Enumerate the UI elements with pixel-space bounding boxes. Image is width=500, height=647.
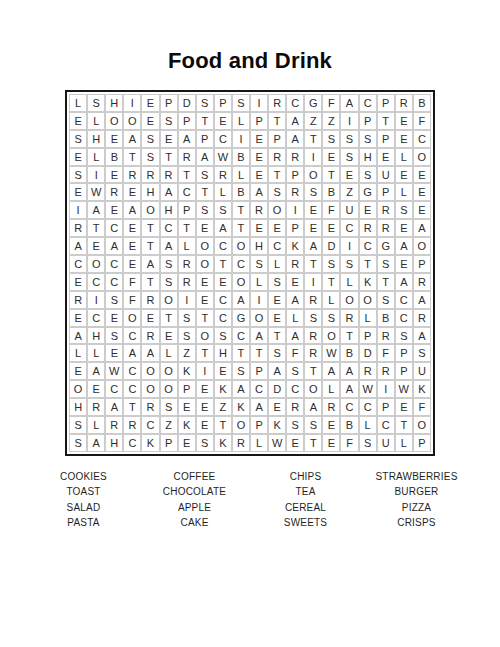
grid-cell-r5c3[interactable]: E	[105, 166, 123, 184]
grid-cell-r15c18[interactable]: F	[377, 344, 395, 362]
grid-cell-r9c14[interactable]: A	[304, 237, 322, 255]
grid-cell-r2c20[interactable]: F	[413, 112, 431, 130]
grid-cell-r13c7[interactable]: S	[178, 309, 196, 327]
grid-cell-r9c5[interactable]: T	[141, 237, 159, 255]
grid-cell-r12c7[interactable]: I	[178, 291, 196, 309]
grid-cell-r16c16[interactable]: A	[340, 362, 358, 380]
grid-cell-r6c9[interactable]: L	[214, 183, 232, 201]
grid-cell-r4c6[interactable]: T	[160, 148, 178, 166]
grid-cell-r10c17[interactable]: T	[359, 255, 377, 273]
grid-cell-r14c20[interactable]: A	[413, 327, 431, 345]
grid-cell-r7c9[interactable]: S	[214, 201, 232, 219]
grid-cell-r17c4[interactable]: C	[123, 380, 141, 398]
grid-cell-r18c17[interactable]: C	[359, 398, 377, 416]
grid-cell-r19c8[interactable]: E	[196, 416, 214, 434]
grid-cell-r18c16[interactable]: C	[340, 398, 358, 416]
grid-cell-r11c8[interactable]: E	[196, 273, 214, 291]
grid-cell-r20c20[interactable]: P	[413, 434, 431, 452]
grid-cell-r10c16[interactable]: S	[340, 255, 358, 273]
grid-cell-r3c13[interactable]: A	[286, 130, 304, 148]
grid-cell-r14c1[interactable]: A	[69, 327, 87, 345]
grid-cell-r19c4[interactable]: R	[123, 416, 141, 434]
grid-cell-r18c19[interactable]: E	[395, 398, 413, 416]
grid-cell-r9c19[interactable]: A	[395, 237, 413, 255]
grid-cell-r19c14[interactable]: S	[304, 416, 322, 434]
grid-cell-r8c12[interactable]: E	[268, 219, 286, 237]
grid-cell-r17c10[interactable]: A	[232, 380, 250, 398]
grid-cell-r3c12[interactable]: P	[268, 130, 286, 148]
grid-cell-r8c15[interactable]: E	[322, 219, 340, 237]
grid-cell-r12c18[interactable]: S	[377, 291, 395, 309]
grid-cell-r4c7[interactable]: R	[178, 148, 196, 166]
grid-cell-r3c8[interactable]: P	[196, 130, 214, 148]
grid-cell-r15c19[interactable]: P	[395, 344, 413, 362]
grid-cell-r20c6[interactable]: P	[160, 434, 178, 452]
grid-cell-r2c6[interactable]: S	[160, 112, 178, 130]
grid-cell-r12c10[interactable]: A	[232, 291, 250, 309]
grid-cell-r9c13[interactable]: K	[286, 237, 304, 255]
grid-cell-r6c7[interactable]: C	[178, 183, 196, 201]
grid-cell-r3c5[interactable]: S	[141, 130, 159, 148]
grid-cell-r5c14[interactable]: O	[304, 166, 322, 184]
grid-cell-r5c5[interactable]: R	[141, 166, 159, 184]
grid-cell-r5c9[interactable]: R	[214, 166, 232, 184]
grid-cell-r19c5[interactable]: C	[141, 416, 159, 434]
grid-cell-r5c15[interactable]: T	[322, 166, 340, 184]
grid-cell-r9c3[interactable]: A	[105, 237, 123, 255]
grid-cell-r8c17[interactable]: R	[359, 219, 377, 237]
grid-cell-r19c20[interactable]: O	[413, 416, 431, 434]
grid-cell-r14c4[interactable]: C	[123, 327, 141, 345]
grid-cell-r6c2[interactable]: W	[87, 183, 105, 201]
grid-cell-r6c12[interactable]: S	[268, 183, 286, 201]
grid-cell-r2c4[interactable]: O	[123, 112, 141, 130]
grid-cell-r5c18[interactable]: U	[377, 166, 395, 184]
grid-cell-r5c8[interactable]: S	[196, 166, 214, 184]
grid-cell-r10c4[interactable]: E	[123, 255, 141, 273]
grid-cell-r9c18[interactable]: G	[377, 237, 395, 255]
grid-cell-r5c11[interactable]: E	[250, 166, 268, 184]
grid-cell-r5c7[interactable]: T	[178, 166, 196, 184]
grid-cell-r8c2[interactable]: T	[87, 219, 105, 237]
grid-cell-r2c8[interactable]: T	[196, 112, 214, 130]
grid-cell-r13c1[interactable]: E	[69, 309, 87, 327]
grid-cell-r5c13[interactable]: P	[286, 166, 304, 184]
grid-cell-r2c18[interactable]: T	[377, 112, 395, 130]
grid-cell-r15c11[interactable]: T	[250, 344, 268, 362]
grid-cell-r16c3[interactable]: W	[105, 362, 123, 380]
grid-cell-r6c10[interactable]: B	[232, 183, 250, 201]
grid-cell-r14c9[interactable]: S	[214, 327, 232, 345]
grid-cell-r18c14[interactable]: A	[304, 398, 322, 416]
grid-cell-r17c14[interactable]: O	[304, 380, 322, 398]
grid-cell-r19c9[interactable]: T	[214, 416, 232, 434]
grid-cell-r10c10[interactable]: C	[232, 255, 250, 273]
grid-cell-r15c8[interactable]: T	[196, 344, 214, 362]
grid-cell-r4c19[interactable]: L	[395, 148, 413, 166]
grid-cell-r20c18[interactable]: U	[377, 434, 395, 452]
grid-cell-r17c9[interactable]: K	[214, 380, 232, 398]
grid-cell-r1c13[interactable]: C	[286, 94, 304, 112]
grid-cell-r19c11[interactable]: P	[250, 416, 268, 434]
grid-cell-r13c3[interactable]: E	[105, 309, 123, 327]
grid-cell-r12c6[interactable]: O	[160, 291, 178, 309]
grid-cell-r13c18[interactable]: B	[377, 309, 395, 327]
grid-cell-r7c2[interactable]: A	[87, 201, 105, 219]
grid-cell-r6c6[interactable]: A	[160, 183, 178, 201]
grid-cell-r2c17[interactable]: P	[359, 112, 377, 130]
grid-cell-r13c16[interactable]: R	[340, 309, 358, 327]
grid-cell-r15c3[interactable]: E	[105, 344, 123, 362]
grid-cell-r6c8[interactable]: T	[196, 183, 214, 201]
grid-cell-r12c20[interactable]: A	[413, 291, 431, 309]
grid-cell-r11c14[interactable]: I	[304, 273, 322, 291]
grid-cell-r12c8[interactable]: E	[196, 291, 214, 309]
grid-cell-r20c5[interactable]: K	[141, 434, 159, 452]
grid-cell-r10c3[interactable]: C	[105, 255, 123, 273]
grid-cell-r19c7[interactable]: K	[178, 416, 196, 434]
grid-cell-r17c13[interactable]: C	[286, 380, 304, 398]
grid-cell-r6c17[interactable]: G	[359, 183, 377, 201]
grid-cell-r14c13[interactable]: A	[286, 327, 304, 345]
grid-cell-r8c14[interactable]: E	[304, 219, 322, 237]
grid-cell-r1c19[interactable]: R	[395, 94, 413, 112]
grid-cell-r2c13[interactable]: A	[286, 112, 304, 130]
grid-cell-r2c12[interactable]: T	[268, 112, 286, 130]
grid-cell-r1c7[interactable]: D	[178, 94, 196, 112]
grid-cell-r20c15[interactable]: E	[322, 434, 340, 452]
grid-cell-r14c8[interactable]: O	[196, 327, 214, 345]
grid-cell-r8c19[interactable]: E	[395, 219, 413, 237]
grid-cell-r1c10[interactable]: S	[232, 94, 250, 112]
grid-cell-r7c11[interactable]: R	[250, 201, 268, 219]
grid-cell-r20c17[interactable]: S	[359, 434, 377, 452]
grid-cell-r1c18[interactable]: P	[377, 94, 395, 112]
grid-cell-r17c18[interactable]: I	[377, 380, 395, 398]
grid-cell-r16c11[interactable]: P	[250, 362, 268, 380]
grid-cell-r4c13[interactable]: R	[286, 148, 304, 166]
grid-cell-r11c10[interactable]: O	[232, 273, 250, 291]
grid-cell-r9c1[interactable]: A	[69, 237, 87, 255]
grid-cell-r18c13[interactable]: R	[286, 398, 304, 416]
grid-cell-r12c3[interactable]: S	[105, 291, 123, 309]
grid-cell-r15c16[interactable]: B	[340, 344, 358, 362]
grid-cell-r1c16[interactable]: A	[340, 94, 358, 112]
grid-cell-r1c14[interactable]: G	[304, 94, 322, 112]
grid-cell-r9c11[interactable]: H	[250, 237, 268, 255]
grid-cell-r20c9[interactable]: K	[214, 434, 232, 452]
grid-cell-r19c18[interactable]: C	[377, 416, 395, 434]
grid-cell-r5c19[interactable]: E	[395, 166, 413, 184]
grid-cell-r5c12[interactable]: T	[268, 166, 286, 184]
grid-cell-r17c8[interactable]: E	[196, 380, 214, 398]
grid-cell-r17c7[interactable]: P	[178, 380, 196, 398]
grid-cell-r8c3[interactable]: C	[105, 219, 123, 237]
grid-cell-r7c20[interactable]: E	[413, 201, 431, 219]
grid-cell-r18c6[interactable]: S	[160, 398, 178, 416]
grid-cell-r17c2[interactable]: E	[87, 380, 105, 398]
grid-cell-r1c6[interactable]: P	[160, 94, 178, 112]
grid-cell-r6c13[interactable]: R	[286, 183, 304, 201]
grid-cell-r3c10[interactable]: I	[232, 130, 250, 148]
grid-cell-r5c1[interactable]: S	[69, 166, 87, 184]
grid-cell-r19c1[interactable]: S	[69, 416, 87, 434]
grid-cell-r18c10[interactable]: K	[232, 398, 250, 416]
grid-cell-r1c11[interactable]: I	[250, 94, 268, 112]
grid-cell-r6c18[interactable]: P	[377, 183, 395, 201]
grid-cell-r8c8[interactable]: E	[196, 219, 214, 237]
grid-cell-r7c15[interactable]: F	[322, 201, 340, 219]
grid-cell-r4c10[interactable]: B	[232, 148, 250, 166]
grid-cell-r20c1[interactable]: S	[69, 434, 87, 452]
grid-cell-r20c13[interactable]: E	[286, 434, 304, 452]
grid-cell-r20c11[interactable]: L	[250, 434, 268, 452]
grid-cell-r12c11[interactable]: I	[250, 291, 268, 309]
grid-cell-r8c16[interactable]: C	[340, 219, 358, 237]
grid-cell-r12c17[interactable]: O	[359, 291, 377, 309]
grid-cell-r17c19[interactable]: W	[395, 380, 413, 398]
grid-cell-r16c20[interactable]: U	[413, 362, 431, 380]
grid-cell-r7c10[interactable]: T	[232, 201, 250, 219]
grid-cell-r6c3[interactable]: R	[105, 183, 123, 201]
grid-cell-r9c4[interactable]: E	[123, 237, 141, 255]
grid-cell-r11c2[interactable]: C	[87, 273, 105, 291]
grid-cell-r14c7[interactable]: S	[178, 327, 196, 345]
grid-cell-r2c11[interactable]: P	[250, 112, 268, 130]
grid-cell-r6c20[interactable]: E	[413, 183, 431, 201]
grid-cell-r15c14[interactable]: R	[304, 344, 322, 362]
grid-cell-r6c4[interactable]: E	[123, 183, 141, 201]
grid-cell-r14c3[interactable]: S	[105, 327, 123, 345]
grid-cell-r18c1[interactable]: H	[69, 398, 87, 416]
grid-cell-r20c4[interactable]: C	[123, 434, 141, 452]
grid-cell-r8c10[interactable]: T	[232, 219, 250, 237]
grid-cell-r17c17[interactable]: W	[359, 380, 377, 398]
grid-cell-r13c4[interactable]: O	[123, 309, 141, 327]
grid-cell-r10c18[interactable]: S	[377, 255, 395, 273]
grid-cell-r14c15[interactable]: O	[322, 327, 340, 345]
grid-cell-r12c9[interactable]: C	[214, 291, 232, 309]
grid-cell-r10c13[interactable]: R	[286, 255, 304, 273]
grid-cell-r13c19[interactable]: C	[395, 309, 413, 327]
grid-cell-r10c7[interactable]: R	[178, 255, 196, 273]
grid-cell-r11c1[interactable]: E	[69, 273, 87, 291]
grid-cell-r4c14[interactable]: I	[304, 148, 322, 166]
grid-cell-r9c12[interactable]: C	[268, 237, 286, 255]
grid-cell-r17c5[interactable]: O	[141, 380, 159, 398]
grid-cell-r1c3[interactable]: H	[105, 94, 123, 112]
grid-cell-r4c12[interactable]: R	[268, 148, 286, 166]
grid-cell-r12c13[interactable]: A	[286, 291, 304, 309]
grid-cell-r10c14[interactable]: T	[304, 255, 322, 273]
grid-cell-r11c11[interactable]: L	[250, 273, 268, 291]
grid-cell-r11c15[interactable]: T	[322, 273, 340, 291]
grid-cell-r12c16[interactable]: O	[340, 291, 358, 309]
grid-cell-r4c18[interactable]: E	[377, 148, 395, 166]
grid-cell-r16c12[interactable]: A	[268, 362, 286, 380]
grid-cell-r2c19[interactable]: E	[395, 112, 413, 130]
grid-cell-r13c5[interactable]: E	[141, 309, 159, 327]
grid-cell-r19c16[interactable]: B	[340, 416, 358, 434]
grid-cell-r7c18[interactable]: R	[377, 201, 395, 219]
grid-cell-r1c15[interactable]: F	[322, 94, 340, 112]
grid-cell-r10c1[interactable]: C	[69, 255, 87, 273]
grid-cell-r3c15[interactable]: S	[322, 130, 340, 148]
grid-cell-r10c20[interactable]: P	[413, 255, 431, 273]
grid-cell-r15c12[interactable]: S	[268, 344, 286, 362]
grid-cell-r13c12[interactable]: E	[268, 309, 286, 327]
grid-cell-r5c2[interactable]: I	[87, 166, 105, 184]
grid-cell-r1c1[interactable]: L	[69, 94, 87, 112]
grid-cell-r7c12[interactable]: O	[268, 201, 286, 219]
grid-cell-r1c8[interactable]: S	[196, 94, 214, 112]
grid-cell-r3c17[interactable]: S	[359, 130, 377, 148]
grid-cell-r11c19[interactable]: A	[395, 273, 413, 291]
grid-cell-r12c5[interactable]: R	[141, 291, 159, 309]
grid-cell-r6c1[interactable]: E	[69, 183, 87, 201]
grid-cell-r11c18[interactable]: T	[377, 273, 395, 291]
grid-cell-r18c3[interactable]: A	[105, 398, 123, 416]
grid-cell-r11c3[interactable]: C	[105, 273, 123, 291]
grid-cell-r16c2[interactable]: A	[87, 362, 105, 380]
grid-cell-r17c6[interactable]: O	[160, 380, 178, 398]
grid-cell-r4c8[interactable]: A	[196, 148, 214, 166]
grid-cell-r17c1[interactable]: O	[69, 380, 87, 398]
grid-cell-r3c20[interactable]: C	[413, 130, 431, 148]
grid-cell-r6c5[interactable]: H	[141, 183, 159, 201]
grid-cell-r19c13[interactable]: S	[286, 416, 304, 434]
grid-cell-r12c19[interactable]: C	[395, 291, 413, 309]
grid-cell-r16c18[interactable]: R	[377, 362, 395, 380]
grid-cell-r7c8[interactable]: S	[196, 201, 214, 219]
grid-cell-r18c11[interactable]: A	[250, 398, 268, 416]
grid-cell-r13c10[interactable]: G	[232, 309, 250, 327]
grid-cell-r8c6[interactable]: C	[160, 219, 178, 237]
grid-cell-r18c7[interactable]: E	[178, 398, 196, 416]
grid-cell-r15c5[interactable]: A	[141, 344, 159, 362]
grid-cell-r15c4[interactable]: A	[123, 344, 141, 362]
grid-cell-r19c19[interactable]: T	[395, 416, 413, 434]
grid-cell-r4c5[interactable]: S	[141, 148, 159, 166]
grid-cell-r17c15[interactable]: L	[322, 380, 340, 398]
grid-cell-r2c3[interactable]: O	[105, 112, 123, 130]
grid-cell-r19c17[interactable]: L	[359, 416, 377, 434]
grid-cell-r15c20[interactable]: S	[413, 344, 431, 362]
grid-cell-r5c16[interactable]: E	[340, 166, 358, 184]
grid-cell-r1c9[interactable]: P	[214, 94, 232, 112]
grid-cell-r9c16[interactable]: I	[340, 237, 358, 255]
grid-cell-r4c16[interactable]: S	[340, 148, 358, 166]
grid-cell-r7c19[interactable]: S	[395, 201, 413, 219]
grid-cell-r18c4[interactable]: T	[123, 398, 141, 416]
grid-cell-r2c14[interactable]: Z	[304, 112, 322, 130]
grid-cell-r11c20[interactable]: R	[413, 273, 431, 291]
grid-cell-r16c9[interactable]: E	[214, 362, 232, 380]
grid-cell-r3c1[interactable]: S	[69, 130, 87, 148]
grid-cell-r16c4[interactable]: C	[123, 362, 141, 380]
grid-cell-r14c2[interactable]: H	[87, 327, 105, 345]
grid-cell-r7c17[interactable]: E	[359, 201, 377, 219]
grid-cell-r12c14[interactable]: R	[304, 291, 322, 309]
grid-cell-r18c2[interactable]: R	[87, 398, 105, 416]
grid-cell-r10c19[interactable]: E	[395, 255, 413, 273]
grid-cell-r18c5[interactable]: R	[141, 398, 159, 416]
grid-cell-r9c10[interactable]: O	[232, 237, 250, 255]
grid-cell-r6c14[interactable]: S	[304, 183, 322, 201]
grid-cell-r2c7[interactable]: P	[178, 112, 196, 130]
grid-cell-r20c12[interactable]: W	[268, 434, 286, 452]
grid-cell-r11c16[interactable]: L	[340, 273, 358, 291]
grid-cell-r16c13[interactable]: S	[286, 362, 304, 380]
grid-cell-r17c12[interactable]: D	[268, 380, 286, 398]
grid-cell-r3c16[interactable]: S	[340, 130, 358, 148]
grid-cell-r9c17[interactable]: C	[359, 237, 377, 255]
grid-cell-r19c3[interactable]: R	[105, 416, 123, 434]
grid-cell-r13c14[interactable]: S	[304, 309, 322, 327]
grid-cell-r8c9[interactable]: A	[214, 219, 232, 237]
grid-cell-r4c9[interactable]: W	[214, 148, 232, 166]
grid-cell-r19c15[interactable]: E	[322, 416, 340, 434]
grid-cell-r2c9[interactable]: E	[214, 112, 232, 130]
grid-cell-r7c4[interactable]: A	[123, 201, 141, 219]
grid-cell-r1c5[interactable]: E	[141, 94, 159, 112]
grid-cell-r10c15[interactable]: S	[322, 255, 340, 273]
grid-cell-r11c5[interactable]: T	[141, 273, 159, 291]
grid-cell-r14c12[interactable]: T	[268, 327, 286, 345]
grid-cell-r7c16[interactable]: U	[340, 201, 358, 219]
grid-cell-r20c10[interactable]: R	[232, 434, 250, 452]
grid-cell-r19c2[interactable]: L	[87, 416, 105, 434]
grid-cell-r7c3[interactable]: E	[105, 201, 123, 219]
grid-cell-r16c8[interactable]: I	[196, 362, 214, 380]
grid-cell-r17c11[interactable]: C	[250, 380, 268, 398]
grid-cell-r9c15[interactable]: D	[322, 237, 340, 255]
grid-cell-r15c7[interactable]: Z	[178, 344, 196, 362]
grid-cell-r3c7[interactable]: A	[178, 130, 196, 148]
grid-cell-r12c1[interactable]: R	[69, 291, 87, 309]
grid-cell-r10c9[interactable]: T	[214, 255, 232, 273]
grid-cell-r5c4[interactable]: R	[123, 166, 141, 184]
grid-cell-r7c7[interactable]: P	[178, 201, 196, 219]
grid-cell-r8c18[interactable]: R	[377, 219, 395, 237]
grid-cell-r5c10[interactable]: L	[232, 166, 250, 184]
grid-cell-r8c7[interactable]: T	[178, 219, 196, 237]
grid-cell-r9c6[interactable]: A	[160, 237, 178, 255]
grid-cell-r11c17[interactable]: K	[359, 273, 377, 291]
grid-cell-r16c14[interactable]: T	[304, 362, 322, 380]
grid-cell-r15c15[interactable]: W	[322, 344, 340, 362]
grid-cell-r7c5[interactable]: O	[141, 201, 159, 219]
grid-cell-r20c3[interactable]: H	[105, 434, 123, 452]
grid-cell-r7c14[interactable]: E	[304, 201, 322, 219]
grid-cell-r9c8[interactable]: O	[196, 237, 214, 255]
grid-cell-r3c2[interactable]: H	[87, 130, 105, 148]
grid-cell-r14c11[interactable]: A	[250, 327, 268, 345]
grid-cell-r16c1[interactable]: E	[69, 362, 87, 380]
grid-cell-r14c19[interactable]: S	[395, 327, 413, 345]
grid-cell-r20c16[interactable]: F	[340, 434, 358, 452]
grid-cell-r11c12[interactable]: S	[268, 273, 286, 291]
grid-cell-r13c15[interactable]: S	[322, 309, 340, 327]
grid-cell-r2c5[interactable]: E	[141, 112, 159, 130]
grid-cell-r3c14[interactable]: T	[304, 130, 322, 148]
grid-cell-r17c3[interactable]: C	[105, 380, 123, 398]
grid-cell-r1c20[interactable]: B	[413, 94, 431, 112]
grid-cell-r19c10[interactable]: O	[232, 416, 250, 434]
grid-cell-r5c17[interactable]: S	[359, 166, 377, 184]
grid-cell-r3c4[interactable]: A	[123, 130, 141, 148]
grid-cell-r18c18[interactable]: P	[377, 398, 395, 416]
